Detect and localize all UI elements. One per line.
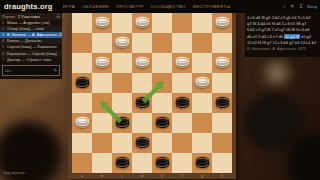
file-label: a [72,172,92,179]
dark-square[interactable] [212,133,232,153]
dark-square[interactable] [112,73,132,93]
close-icon[interactable]: ✕ [290,4,295,10]
nav-item-learning[interactable]: Обучение [82,4,109,9]
tab-participants[interactable]: 2 Участника [18,14,40,19]
current-move[interactable]: 10.g3-f4 [284,34,300,39]
download-icon[interactable]: ↧ [299,4,304,10]
menu-icon[interactable]: ☰ [56,14,60,19]
light-square[interactable] [192,133,212,153]
file-label: f [172,172,192,179]
dark-square[interactable] [172,13,192,33]
game-caption: В. Чернышёв - А. Афанасьев, 1973 [247,47,318,51]
nav-item-community[interactable]: Сообщество [151,4,186,9]
light-square[interactable] [112,13,132,33]
dark-square[interactable]: ⛂ [132,13,152,33]
light-square[interactable] [192,93,212,113]
move-line[interactable]: 11.h2:f4 f8-g7 12.c3-b4 g7-h6 13.a1-b2 [247,40,318,46]
game-label: В. Чечиков — А. Афанасьев, 1973 [7,33,62,37]
status-text: Ход чёрных [3,170,25,175]
game-list-item[interactable]: 7Джокер — «Орион» тема [0,57,62,63]
white-piece[interactable]: ⛂ [175,54,189,68]
light-square[interactable] [112,133,132,153]
black-piece[interactable]: ⛂ [75,74,89,88]
light-square[interactable] [92,153,112,173]
move-text[interactable]: 1.c3-d4 f6-g5 2.b2-c3 g5-h4 3.c1-b2 [247,15,311,20]
dark-square[interactable]: ⛂ [172,93,192,113]
move-text[interactable]: g7-f6 4.d4-e5 f6:d4 5.c3:e5 h8-g7 [247,21,306,26]
file-coordinates: abcdefgh [72,172,232,179]
games-sidebar: Партия 2 Участника ☰ 1Миша — Андрейка (т… [0,13,62,79]
move-text[interactable]: 11.h2:f4 f8-g7 12.c3-b4 g7-h6 13.a1-b2 [247,40,316,45]
move-list-panel: 1.c3-d4 f6-g5 2.b2-c3 g5-h4 3.c1-b2g7-f6… [245,13,320,57]
light-square[interactable] [152,93,172,113]
dark-square[interactable]: ⛂ [212,93,232,113]
white-piece[interactable]: ⛂ [75,114,89,128]
file-label: g [192,172,212,179]
file-label: d [132,172,152,179]
dark-square[interactable] [172,133,192,153]
light-square[interactable] [112,53,132,73]
dark-square[interactable]: ⛂ [112,33,132,53]
nav-item-game[interactable]: Игра [63,4,75,9]
light-square[interactable] [212,33,232,53]
app-window: draughts.org Игра Обучение Просмотр Сооб… [0,0,320,180]
white-piece[interactable]: ⛂ [115,34,129,48]
move-text[interactable]: d6-e5 9.d2-c3 e7-d6 [247,34,284,39]
dark-square[interactable]: ⛂ [192,153,212,173]
dark-square[interactable] [152,73,172,93]
draughts-board: ⛂⛂⛂⛂⛂⛂⛂⛂⛂⛂⛂⛂⛂⛂⛂⛂⛂⛂⛂⛂ [72,13,232,173]
light-square[interactable] [132,33,152,53]
dark-square[interactable] [192,33,212,53]
white-piece[interactable]: ⛂ [215,14,229,28]
dark-square[interactable]: ⛂ [112,113,132,133]
light-square[interactable] [72,133,92,153]
white-piece[interactable]: ⛂ [215,54,229,68]
blurred-light-piece [256,58,298,88]
dark-square[interactable] [192,113,212,133]
dark-square[interactable]: ⛂ [92,13,112,33]
black-piece[interactable]: ⛂ [115,114,129,128]
light-square[interactable] [172,73,192,93]
black-piece[interactable]: ⛂ [215,94,229,108]
black-piece[interactable]: ⛂ [135,94,149,108]
file-label: c [112,172,132,179]
light-square[interactable] [212,153,232,173]
light-square[interactable] [72,93,92,113]
dark-square[interactable] [92,133,112,153]
nav-item-review[interactable]: Просмотр [116,4,144,9]
light-square[interactable] [212,73,232,93]
light-square[interactable] [132,73,152,93]
chat-placeholder: Чат [5,68,53,73]
light-square[interactable] [152,13,172,33]
black-piece[interactable]: ⛂ [155,114,169,128]
light-square[interactable] [72,53,92,73]
light-square[interactable] [112,93,132,113]
login-link[interactable]: Вход [307,4,317,9]
black-piece[interactable]: ⛂ [135,134,149,148]
game-label: Сергей (блиц) — Кармаклюг [7,45,57,49]
dark-square[interactable]: ⛂ [192,73,212,93]
file-label: b [92,172,112,179]
dark-square[interactable]: ⛂ [92,53,112,73]
sidebar-header: Партия 2 Участника ☰ [0,13,62,20]
dark-square[interactable] [72,33,92,53]
white-piece[interactable]: ⛂ [95,54,109,68]
black-piece[interactable]: ⛂ [155,154,169,168]
dark-square[interactable] [72,153,92,173]
black-piece[interactable]: ⛂ [115,154,129,168]
black-piece[interactable]: ⛂ [175,94,189,108]
chat-input[interactable]: Чат ✎ [2,65,60,76]
search-icon[interactable]: ⌕ [283,4,286,10]
game-label: Джокер — «Орион» тема [7,58,51,62]
light-square[interactable] [92,113,112,133]
dark-square[interactable]: ⛂ [152,113,172,133]
game-label: Миша — Андрейка (тов) [7,21,50,25]
dark-square[interactable]: ⛂ [172,53,192,73]
dark-square[interactable]: ⛂ [132,133,152,153]
pencil-icon[interactable]: ✎ [53,68,57,73]
dark-square[interactable]: ⛂ [132,53,152,73]
move-text[interactable]: 6.b2-c3 g7-f6 7.e5:g7 h6:f8 8.c3-d4 [247,27,310,32]
dark-square[interactable]: ⛂ [212,13,232,33]
light-square[interactable] [132,113,152,133]
black-piece[interactable]: ⛂ [195,154,209,168]
nav-item-tools[interactable]: Инструменты [193,4,231,9]
game-label: Клетка — Датчанин [7,39,42,43]
tab-game[interactable]: Партия [2,14,15,19]
light-square[interactable] [92,73,112,93]
dark-square[interactable]: ⛂ [152,153,172,173]
light-square[interactable] [172,33,192,53]
game-label: Обзор (блиц) — клоп [7,27,44,31]
white-piece[interactable]: ⛂ [95,14,109,28]
dark-square[interactable] [152,33,172,53]
dark-square[interactable]: ⛂ [132,93,152,113]
dark-square[interactable] [92,93,112,113]
dark-square[interactable]: ⛂ [212,53,232,73]
light-square[interactable] [72,13,92,33]
light-square[interactable] [172,113,192,133]
top-navbar: draughts.org Игра Обучение Просмотр Сооб… [0,0,320,13]
dark-square[interactable]: ⛂ [112,153,132,173]
file-label: h [212,172,232,179]
move-text[interactable]: e5:g3 [300,34,311,39]
game-label: Кармаклюг — Сергей (блиц) [7,52,57,56]
light-square[interactable] [152,53,172,73]
light-square[interactable] [172,153,192,173]
light-square[interactable] [92,33,112,53]
file-label: e [152,172,172,179]
dark-square[interactable]: ⛂ [72,113,92,133]
light-square[interactable] [212,113,232,133]
game-list: 1Миша — Андрейка (тов)2Обзор (блиц) — кл… [0,20,62,63]
site-logo[interactable]: draughts.org [4,2,53,11]
dark-square[interactable]: ⛂ [72,73,92,93]
light-square[interactable] [152,133,172,153]
light-square[interactable] [192,13,212,33]
white-piece[interactable]: ⛂ [135,54,149,68]
white-piece[interactable]: ⛂ [195,74,209,88]
light-square[interactable] [132,153,152,173]
white-piece[interactable]: ⛂ [135,14,149,28]
light-square[interactable] [192,53,212,73]
